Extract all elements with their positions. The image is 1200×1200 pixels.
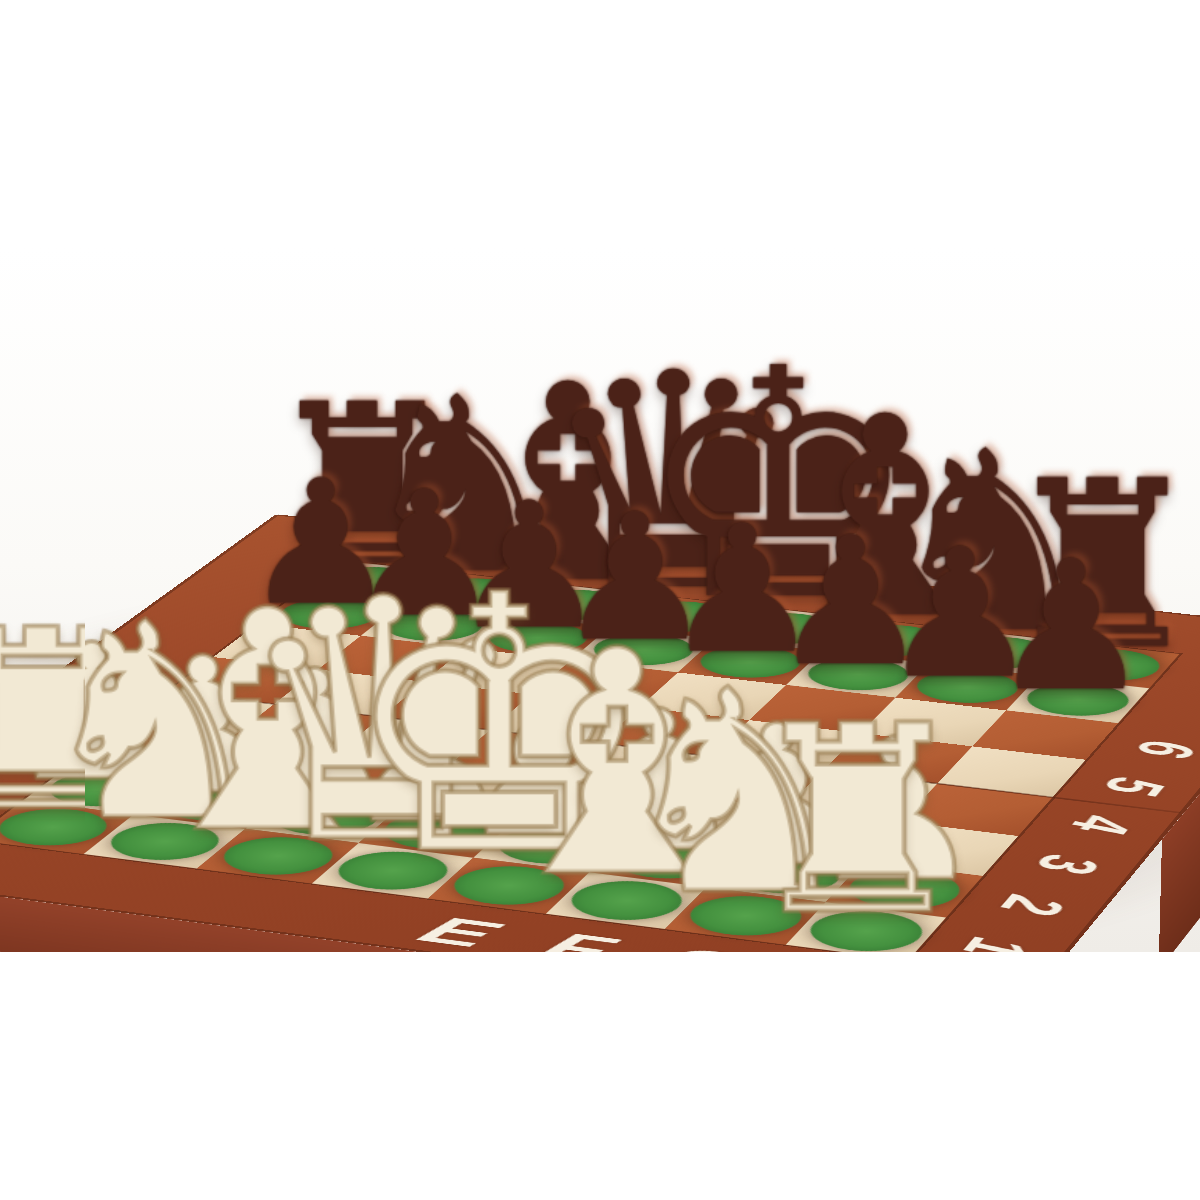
rank-label-5: 5 [1063, 763, 1200, 811]
top-white-margin [0, 0, 1200, 248]
bottom-white-margin [0, 952, 1200, 1200]
chessboard: ♜♞♝♛♚♝♞♜♟♟♟♟♟♟♟♟♟♟♟♟♟♟♟♟♜♞♝♛♚♝♞♜ EFGH 65… [0, 514, 1200, 952]
rank-label-4: 4 [1029, 800, 1177, 849]
rank-label-3: 3 [993, 839, 1143, 890]
white-rook[interactable]: ♜ [742, 691, 974, 950]
rank-label-6: 6 [1096, 726, 1200, 772]
photo-background: ♜♞♝♛♚♝♞♜♟♟♟♟♟♟♟♟♟♟♟♟♟♟♟♟♜♞♝♛♚♝♞♜ EFGH 65… [0, 248, 1200, 952]
black-pawn[interactable]: ♟ [990, 536, 1151, 715]
product-photo: ♜♞♝♛♚♝♞♜♟♟♟♟♟♟♟♟♟♟♟♟♟♟♟♟♜♞♝♛♚♝♞♜ EFGH 65… [0, 0, 1200, 1200]
square-h1[interactable]: ♜ [786, 902, 946, 952]
